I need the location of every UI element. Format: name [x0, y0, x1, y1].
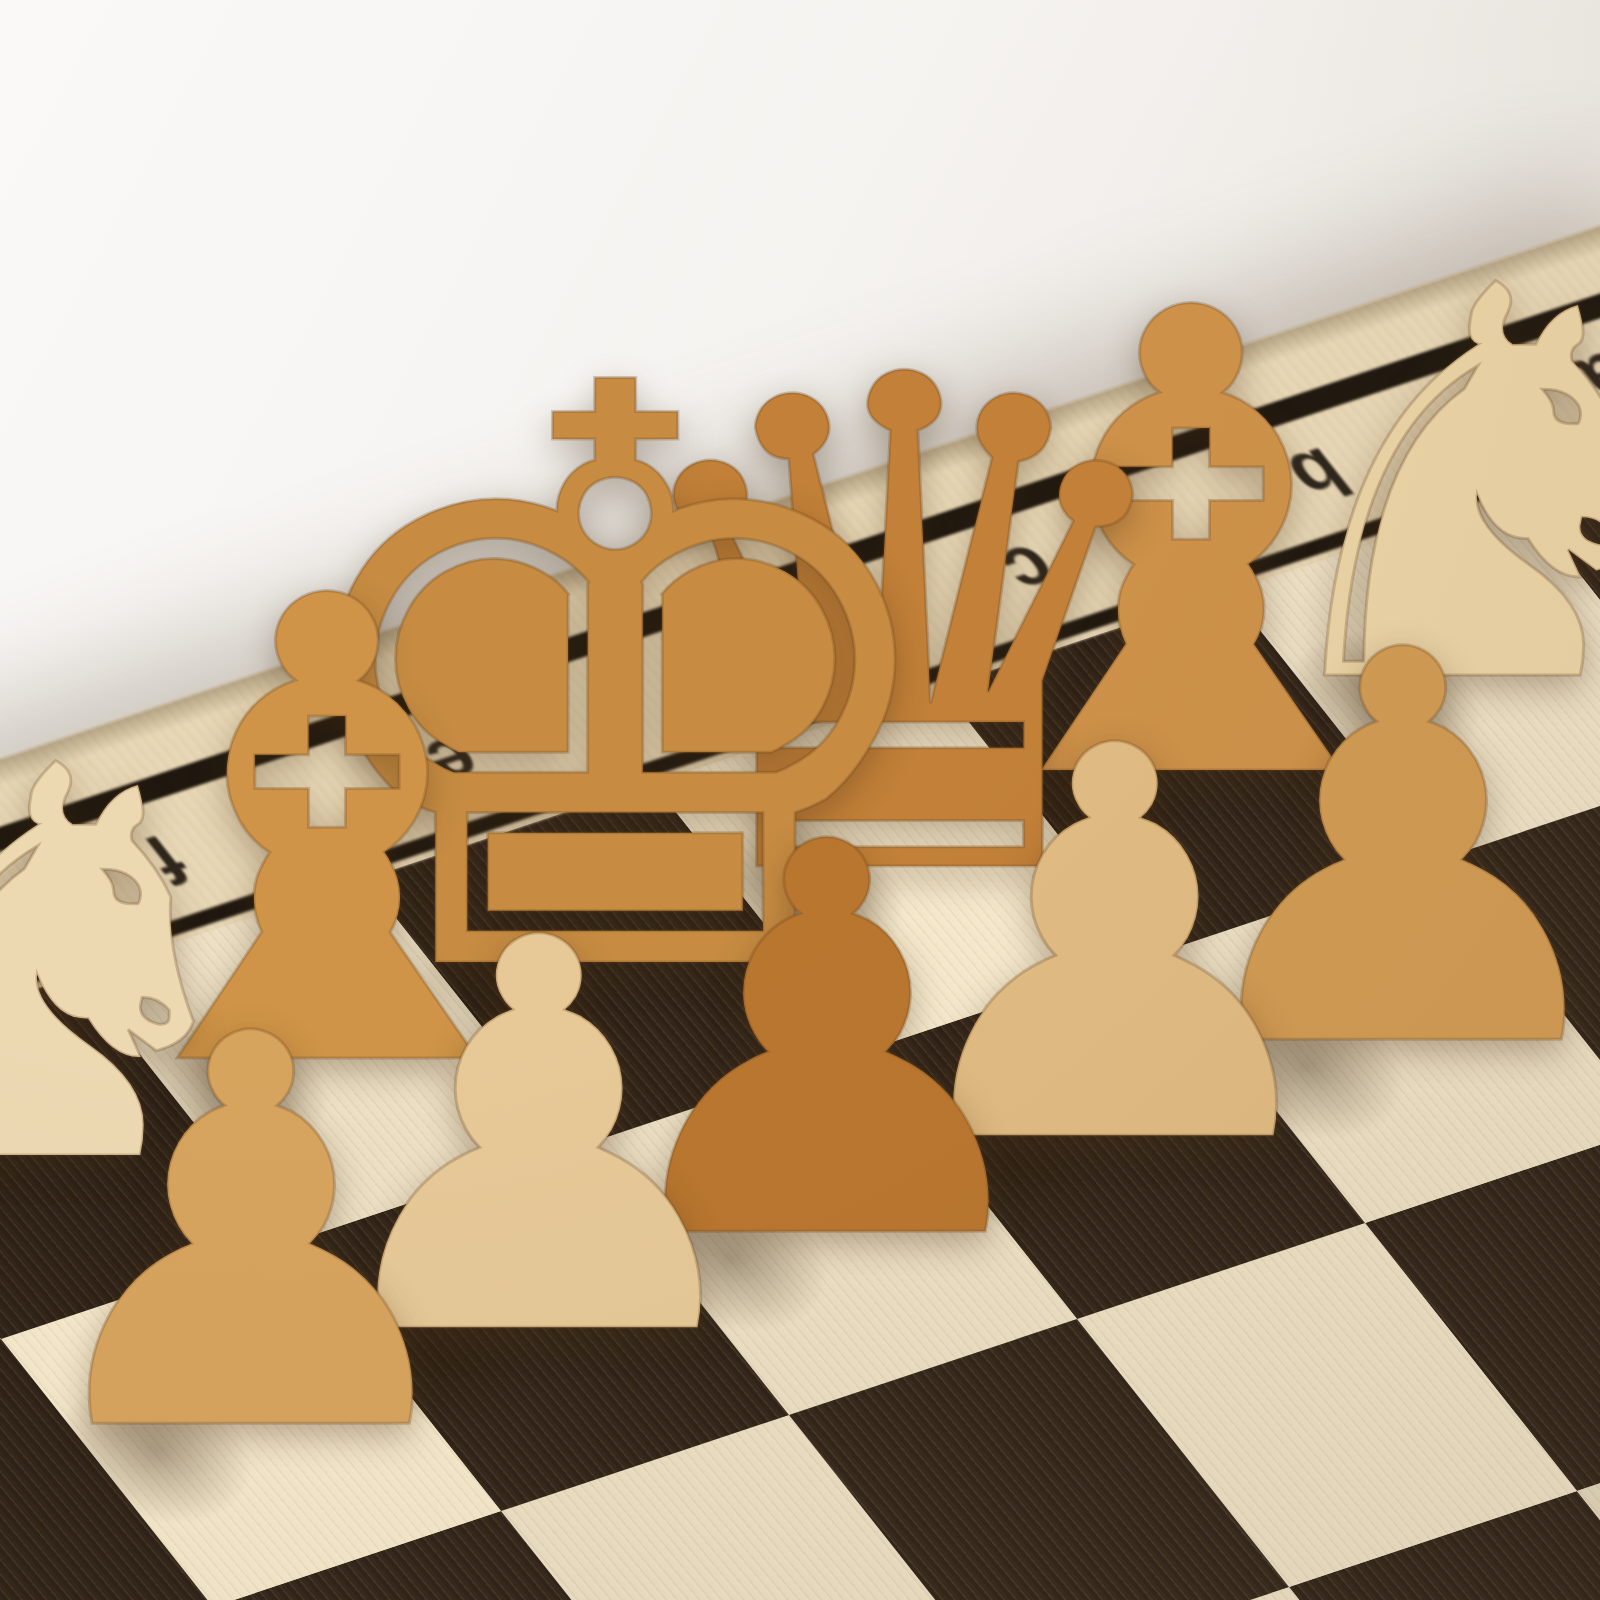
white-pawn-glyph: ♟: [9, 966, 493, 1506]
pieces-layer: ♞♝♛♚♝♞♟♟♟♟♟: [0, 399, 1600, 1600]
photo-scene: abcdefgh ♞♝♛♚♝♞♟♟♟♟♟: [0, 0, 1600, 1600]
chess-board: abcdefgh ♞♝♛♚♝♞♟♟♟♟♟: [0, 208, 1600, 1600]
